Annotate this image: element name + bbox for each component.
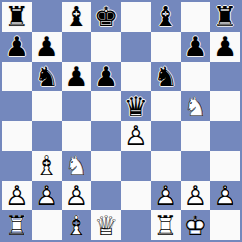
piece-fill-layer: ♛ [121,91,151,121]
square-e5[interactable]: ♛ [121,91,151,121]
square-d7[interactable] [91,32,121,62]
square-a3[interactable] [2,151,32,181]
square-f3[interactable] [151,151,181,181]
square-d6[interactable]: ♟ [91,62,121,92]
square-a7[interactable]: ♟ [2,32,32,62]
square-e4[interactable]: ♟♙ [121,121,151,151]
piece-white-bishop[interactable]: ♝♗ [32,151,62,181]
square-a4[interactable] [2,121,32,151]
square-d2[interactable] [91,181,121,211]
piece-white-knight[interactable]: ♞♘ [181,91,211,121]
piece-outline-layer: ♗ [62,210,92,240]
piece-outline-layer: ♙ [181,181,211,211]
piece-white-pawn[interactable]: ♟♙ [32,181,62,211]
piece-fill-layer: ♝ [62,2,92,32]
piece-white-knight[interactable]: ♞♘ [62,151,92,181]
piece-fill-layer: ♚ [91,2,121,32]
square-b5[interactable] [32,91,62,121]
square-c4[interactable] [62,121,92,151]
square-f5[interactable] [151,91,181,121]
piece-white-pawn[interactable]: ♟♙ [181,181,211,211]
piece-white-bishop[interactable]: ♝♗ [62,210,92,240]
piece-black-pawn[interactable]: ♟ [32,32,62,62]
square-e8[interactable] [121,2,151,32]
square-b3[interactable]: ♝♗ [32,151,62,181]
square-e6[interactable] [121,62,151,92]
square-h6[interactable] [210,62,240,92]
piece-fill-layer: ♟ [181,32,211,62]
piece-black-pawn[interactable]: ♟ [91,62,121,92]
square-a5[interactable] [2,91,32,121]
square-c6[interactable]: ♟ [62,62,92,92]
piece-white-rook[interactable]: ♜♖ [151,210,181,240]
piece-outline-layer: ♗ [32,151,62,181]
square-c5[interactable] [62,91,92,121]
piece-black-pawn[interactable]: ♟ [210,32,240,62]
square-h5[interactable] [210,91,240,121]
square-g7[interactable]: ♟ [181,32,211,62]
piece-black-pawn[interactable]: ♟ [2,32,32,62]
square-c3[interactable]: ♞♘ [62,151,92,181]
square-h1[interactable] [210,210,240,240]
piece-black-king[interactable]: ♚ [91,2,121,32]
square-c7[interactable] [62,32,92,62]
piece-white-pawn[interactable]: ♟♙ [210,181,240,211]
piece-outline-layer: ♙ [210,181,240,211]
piece-white-rook[interactable]: ♜♖ [2,210,32,240]
piece-white-queen[interactable]: ♛♕ [91,210,121,240]
piece-fill-layer: ♟ [62,62,92,92]
square-b1[interactable] [32,210,62,240]
piece-outline-layer: ♘ [181,91,211,121]
square-g8[interactable] [181,2,211,32]
piece-outline-layer: ♖ [2,210,32,240]
piece-fill-layer: ♞ [32,62,62,92]
piece-white-pawn[interactable]: ♟♙ [121,121,151,151]
square-g2[interactable]: ♟♙ [181,181,211,211]
piece-outline-layer: ♙ [151,181,181,211]
piece-black-knight[interactable]: ♞ [151,62,181,92]
square-c8[interactable]: ♝ [62,2,92,32]
piece-outline-layer: ♖ [151,210,181,240]
square-e7[interactable] [121,32,151,62]
square-d4[interactable] [91,121,121,151]
piece-fill-layer: ♟ [210,32,240,62]
piece-outline-layer: ♙ [121,121,151,151]
square-d3[interactable] [91,151,121,181]
square-e2[interactable] [121,181,151,211]
piece-outline-layer: ♕ [91,210,121,240]
piece-black-pawn[interactable]: ♟ [62,62,92,92]
square-d8[interactable]: ♚ [91,2,121,32]
square-h3[interactable] [210,151,240,181]
square-g4[interactable] [181,121,211,151]
square-a8[interactable]: ♜ [2,2,32,32]
square-a1[interactable]: ♜♖ [2,210,32,240]
piece-fill-layer: ♟ [32,32,62,62]
piece-white-pawn[interactable]: ♟♙ [62,181,92,211]
square-g1[interactable]: ♚♔ [181,210,211,240]
square-f4[interactable] [151,121,181,151]
piece-outline-layer: ♙ [32,181,62,211]
piece-fill-layer: ♝ [151,2,181,32]
square-b4[interactable] [32,121,62,151]
square-b8[interactable] [32,2,62,32]
square-a2[interactable]: ♟♙ [2,181,32,211]
piece-black-bishop[interactable]: ♝ [62,2,92,32]
piece-black-rook[interactable]: ♜ [210,2,240,32]
square-c1[interactable]: ♝♗ [62,210,92,240]
piece-black-knight[interactable]: ♞ [32,62,62,92]
square-f2[interactable]: ♟♙ [151,181,181,211]
piece-white-pawn[interactable]: ♟♙ [2,181,32,211]
square-d5[interactable] [91,91,121,121]
square-g6[interactable] [181,62,211,92]
piece-fill-layer: ♟ [91,62,121,92]
square-g5[interactable]: ♞♘ [181,91,211,121]
piece-fill-layer: ♜ [210,2,240,32]
piece-fill-layer: ♟ [2,32,32,62]
square-b6[interactable]: ♞ [32,62,62,92]
piece-black-queen[interactable]: ♛ [121,91,151,121]
piece-black-pawn[interactable]: ♟ [181,32,211,62]
piece-fill-layer: ♞ [151,62,181,92]
piece-black-bishop[interactable]: ♝ [151,2,181,32]
square-e3[interactable] [121,151,151,181]
square-h2[interactable]: ♟♙ [210,181,240,211]
square-f6[interactable]: ♞ [151,62,181,92]
square-c2[interactable]: ♟♙ [62,181,92,211]
piece-fill-layer: ♜ [2,2,32,32]
piece-outline-layer: ♔ [181,210,211,240]
piece-white-king[interactable]: ♚♔ [181,210,211,240]
piece-black-rook[interactable]: ♜ [2,2,32,32]
piece-outline-layer: ♙ [62,181,92,211]
square-h8[interactable]: ♜ [210,2,240,32]
piece-white-pawn[interactable]: ♟♙ [151,181,181,211]
square-e1[interactable] [121,210,151,240]
square-b7[interactable]: ♟ [32,32,62,62]
square-f8[interactable]: ♝ [151,2,181,32]
chess-board: ♜♝♚♝♜♟♟♟♟♞♟♟♞♛♞♘♟♙♝♗♞♘♟♙♟♙♟♙♟♙♟♙♟♙♜♖♝♗♛♕… [0,0,242,242]
square-h7[interactable]: ♟ [210,32,240,62]
square-h4[interactable] [210,121,240,151]
square-f1[interactable]: ♜♖ [151,210,181,240]
piece-outline-layer: ♙ [2,181,32,211]
square-b2[interactable]: ♟♙ [32,181,62,211]
square-d1[interactable]: ♛♕ [91,210,121,240]
piece-outline-layer: ♘ [62,151,92,181]
square-g3[interactable] [181,151,211,181]
square-a6[interactable] [2,62,32,92]
square-f7[interactable] [151,32,181,62]
